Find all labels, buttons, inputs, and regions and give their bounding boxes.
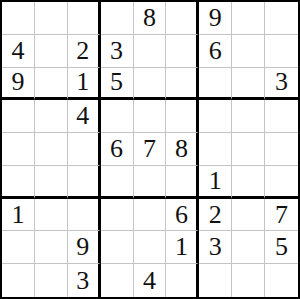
cell-r1c5-given-8[interactable]: 8 [134,2,167,35]
cell-r5c2-empty[interactable] [35,133,68,166]
cell-r6c3-empty[interactable] [68,166,101,199]
cell-r3c2-empty[interactable] [35,68,68,101]
cell-r7c4-empty[interactable] [101,199,134,232]
cell-r3c3-given-1[interactable]: 1 [68,68,101,101]
cell-r9c5-given-4[interactable]: 4 [134,264,167,297]
cell-r2c7-given-6[interactable]: 6 [199,35,232,68]
cell-r4c2-empty[interactable] [35,100,68,133]
cell-r6c8-empty[interactable] [232,166,265,199]
cell-r9c6-empty[interactable] [166,264,199,297]
cell-r3c6-empty[interactable] [166,68,199,101]
cell-r1c6-empty[interactable] [166,2,199,35]
cell-r1c1-empty[interactable] [2,2,35,35]
cell-r1c4-empty[interactable] [101,2,134,35]
cell-r4c8-empty[interactable] [232,100,265,133]
cell-r5c9-empty[interactable] [265,133,298,166]
cell-r4c1-empty[interactable] [2,100,35,133]
cell-r6c7-given-1[interactable]: 1 [199,166,232,199]
cell-r6c1-empty[interactable] [2,166,35,199]
cell-r3c9-given-3[interactable]: 3 [265,68,298,101]
cell-r5c5-given-7[interactable]: 7 [134,133,167,166]
cell-r1c2-empty[interactable] [35,2,68,35]
cell-r2c6-empty[interactable] [166,35,199,68]
cell-r9c4-empty[interactable] [101,264,134,297]
cell-r7c5-empty[interactable] [134,199,167,232]
cell-r4c3-given-4[interactable]: 4 [68,100,101,133]
cell-r8c8-empty[interactable] [232,231,265,264]
cell-r3c5-empty[interactable] [134,68,167,101]
cell-r1c8-empty[interactable] [232,2,265,35]
cell-r2c1-given-4[interactable]: 4 [2,35,35,68]
cell-r8c5-empty[interactable] [134,231,167,264]
cell-r6c9-empty[interactable] [265,166,298,199]
cell-r7c3-empty[interactable] [68,199,101,232]
cell-r2c5-empty[interactable] [134,35,167,68]
cell-r1c9-empty[interactable] [265,2,298,35]
cell-r6c5-empty[interactable] [134,166,167,199]
cell-r5c4-given-6[interactable]: 6 [101,133,134,166]
cell-r2c9-empty[interactable] [265,35,298,68]
cell-r7c1-given-1[interactable]: 1 [2,199,35,232]
cell-r7c6-given-6[interactable]: 6 [166,199,199,232]
cell-r4c6-empty[interactable] [166,100,199,133]
cell-r6c6-empty[interactable] [166,166,199,199]
cell-r6c2-empty[interactable] [35,166,68,199]
cell-r4c9-empty[interactable] [265,100,298,133]
cell-r5c8-empty[interactable] [232,133,265,166]
cell-r5c1-empty[interactable] [2,133,35,166]
cell-r2c2-empty[interactable] [35,35,68,68]
cell-r4c4-empty[interactable] [101,100,134,133]
cell-r8c7-given-3[interactable]: 3 [199,231,232,264]
cell-r7c9-given-7[interactable]: 7 [265,199,298,232]
cell-r3c7-empty[interactable] [199,68,232,101]
cell-r9c1-empty[interactable] [2,264,35,297]
cell-r8c4-empty[interactable] [101,231,134,264]
cell-r1c7-given-9[interactable]: 9 [199,2,232,35]
cell-r2c4-given-3[interactable]: 3 [101,35,134,68]
cell-r3c8-empty[interactable] [232,68,265,101]
cell-r7c7-given-2[interactable]: 2 [199,199,232,232]
cell-r5c3-empty[interactable] [68,133,101,166]
cell-r9c7-empty[interactable] [199,264,232,297]
cell-r3c4-given-5[interactable]: 5 [101,68,134,101]
cell-r8c1-empty[interactable] [2,231,35,264]
cell-r5c7-empty[interactable] [199,133,232,166]
cell-r2c3-given-2[interactable]: 2 [68,35,101,68]
cell-r6c4-empty[interactable] [101,166,134,199]
cell-r9c3-given-3[interactable]: 3 [68,264,101,297]
cell-r8c6-given-1[interactable]: 1 [166,231,199,264]
cell-r3c1-given-9[interactable]: 9 [2,68,35,101]
cell-r4c5-empty[interactable] [134,100,167,133]
cell-r7c8-empty[interactable] [232,199,265,232]
cell-r2c8-empty[interactable] [232,35,265,68]
cell-r9c8-empty[interactable] [232,264,265,297]
cell-r8c2-empty[interactable] [35,231,68,264]
sudoku-board: 8942369153467811627913534 [0,0,300,299]
cell-r1c3-empty[interactable] [68,2,101,35]
cell-r9c9-empty[interactable] [265,264,298,297]
cell-r9c2-empty[interactable] [35,264,68,297]
cell-r5c6-given-8[interactable]: 8 [166,133,199,166]
cell-r4c7-empty[interactable] [199,100,232,133]
cell-r8c9-given-5[interactable]: 5 [265,231,298,264]
cell-r7c2-empty[interactable] [35,199,68,232]
cell-r8c3-given-9[interactable]: 9 [68,231,101,264]
